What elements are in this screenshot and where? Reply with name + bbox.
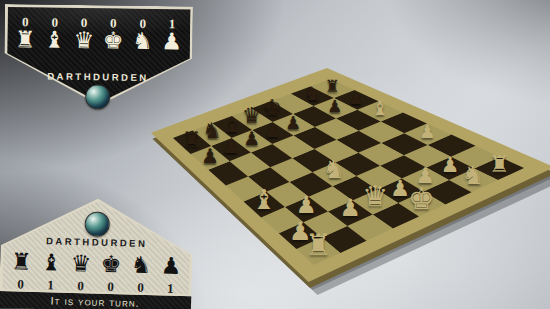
- board-piece-white-rook-h1[interactable]: ♜: [305, 231, 331, 260]
- board-piece-white-king-d1[interactable]: ♚: [408, 183, 435, 213]
- knight-icon: ♞: [128, 28, 158, 54]
- board-piece-white-pawn-b2[interactable]: ♟: [441, 155, 460, 176]
- chess-game-scene: ♜♞♟♟♝♚♛♟♝♟♟♞♟♜♟♟♟♜♞♟♞♟♛♚♝♟♟♟♜ 000001 ♜♝♛…: [0, 0, 550, 309]
- pawn-icon: ♟: [157, 28, 187, 54]
- board-piece-white-bishop-h4[interactable]: ♝: [252, 186, 277, 213]
- board-piece-black-queen-e8[interactable]: ♛: [242, 105, 262, 127]
- board-piece-white-knight-b1[interactable]: ♞: [462, 163, 485, 188]
- opponent-name: DARTHDURDEN: [4, 70, 192, 84]
- board-piece-black-pawn-f7[interactable]: ♟: [243, 130, 260, 149]
- queen-icon: ♛: [69, 27, 99, 53]
- board-piece-white-knight-e4[interactable]: ♞: [323, 158, 345, 183]
- bishop-icon: ♝: [36, 249, 67, 276]
- board-piece-black-knight-b8[interactable]: ♞: [304, 85, 321, 104]
- board-piece-white-rook-a1[interactable]: ♜: [489, 153, 510, 176]
- king-icon: ♚: [98, 27, 128, 53]
- player-panel: DARTHDURDEN ♜♝♛♚♞♟ 010001 It is your tur…: [0, 196, 194, 309]
- pawn-icon: ♟: [156, 252, 187, 279]
- board-piece-white-pawn-f2[interactable]: ♟: [339, 197, 360, 221]
- board-piece-white-pawn-g3[interactable]: ♟: [296, 194, 317, 218]
- opponent-panel: 000001 ♜♝♛♚♞♟ DARTHDURDEN: [4, 4, 193, 107]
- king-icon: ♚: [96, 251, 127, 278]
- board-piece-black-pawn-d7[interactable]: ♟: [285, 114, 301, 132]
- rook-icon: ♜: [6, 248, 37, 275]
- board-piece-white-bishop-a6[interactable]: ♝: [371, 99, 389, 119]
- board-piece-black-rook-a8[interactable]: ♜: [324, 78, 339, 95]
- queen-icon: ♛: [66, 250, 97, 277]
- board-piece-black-pawn-g7[interactable]: ♟: [222, 137, 239, 157]
- rook-icon: ♜: [10, 26, 40, 52]
- board-piece-black-rook-h8[interactable]: ♜: [182, 129, 201, 150]
- board-piece-white-queen-e2[interactable]: ♛: [362, 182, 388, 211]
- board-piece-black-knight-g8[interactable]: ♞: [202, 121, 221, 143]
- bishop-icon: ♝: [40, 26, 70, 52]
- board-piece-white-pawn-a4[interactable]: ♟: [419, 123, 436, 142]
- board-piece-black-pawn-e7[interactable]: ♟: [264, 122, 281, 140]
- board-piece-black-pawn-a7[interactable]: ♟: [349, 91, 363, 107]
- board-piece-black-pawn-b7[interactable]: ♟: [328, 98, 343, 115]
- board-piece-black-bishop-f8[interactable]: ♝: [222, 114, 241, 135]
- knight-icon: ♞: [126, 251, 157, 278]
- board-piece-black-king-d8[interactable]: ♚: [262, 98, 281, 120]
- player-captured-icons: ♜♝♛♚♞♟: [6, 248, 187, 279]
- opponent-captured-icons: ♜♝♛♚♞♟: [10, 26, 186, 54]
- board-piece-black-pawn-h7[interactable]: ♟: [201, 145, 219, 165]
